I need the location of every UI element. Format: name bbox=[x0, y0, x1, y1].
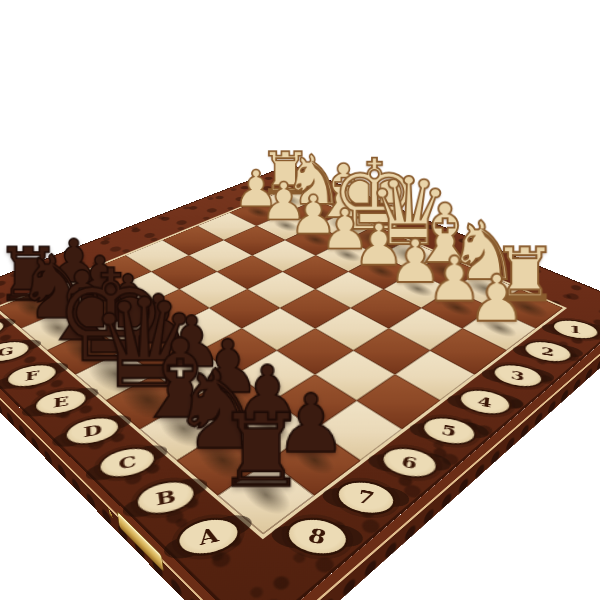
white-pawn: ♟ bbox=[424, 269, 570, 330]
chess-board: ♜♞♝♚♛♝♞♜♟♟♟♟♟♟♟♟♟♟♟♟♟♟♟♟♜♞♝♚♛♝♞♜ H1G2F3E… bbox=[0, 164, 600, 600]
black-rook: ♜ bbox=[166, 402, 358, 499]
photo-scene: ♜♞♝♚♛♝♞♜♟♟♟♟♟♟♟♟♟♟♟♟♟♟♟♟♜♞♝♚♛♝♞♜ H1G2F3E… bbox=[0, 0, 600, 600]
product-photo-canvas: ♜♞♝♚♛♝♞♜♟♟♟♟♟♟♟♟♟♟♟♟♟♟♟♟♜♞♝♚♛♝♞♜ H1G2F3E… bbox=[0, 0, 600, 600]
